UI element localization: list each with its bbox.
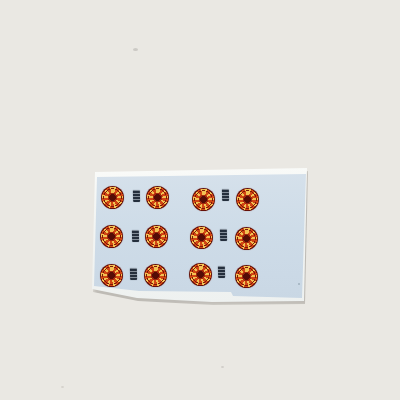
- part-code-mark: [132, 230, 139, 242]
- part-code-mark: [130, 268, 137, 280]
- dust-speck: [298, 283, 300, 285]
- decal-sheet: [92, 167, 310, 303]
- decal-disc-r1c4: [236, 188, 259, 211]
- decal-disc-r1c1: [101, 186, 124, 209]
- part-code-mark: [218, 266, 225, 278]
- decal-film: [92, 167, 310, 303]
- decal-disc-r3c3: [189, 263, 212, 286]
- decal-disc-r1c2: [146, 186, 169, 209]
- photo-background: [0, 0, 400, 400]
- dust-speck: [61, 386, 64, 388]
- decal-disc-r3c4: [235, 265, 258, 288]
- part-code-mark: [220, 229, 227, 241]
- decal-disc-r1c3: [192, 188, 215, 211]
- decal-disc-r3c2: [144, 264, 167, 287]
- decal-disc-r2c2: [145, 225, 168, 248]
- dust-speck: [221, 366, 224, 368]
- part-code-mark: [222, 189, 229, 201]
- dust-speck: [133, 48, 138, 51]
- decal-disc-r3c1: [100, 264, 123, 287]
- decal-disc-r2c1: [100, 225, 123, 248]
- part-code-mark: [133, 190, 140, 202]
- decal-disc-r2c4: [235, 227, 258, 250]
- decal-disc-r2c3: [190, 226, 213, 249]
